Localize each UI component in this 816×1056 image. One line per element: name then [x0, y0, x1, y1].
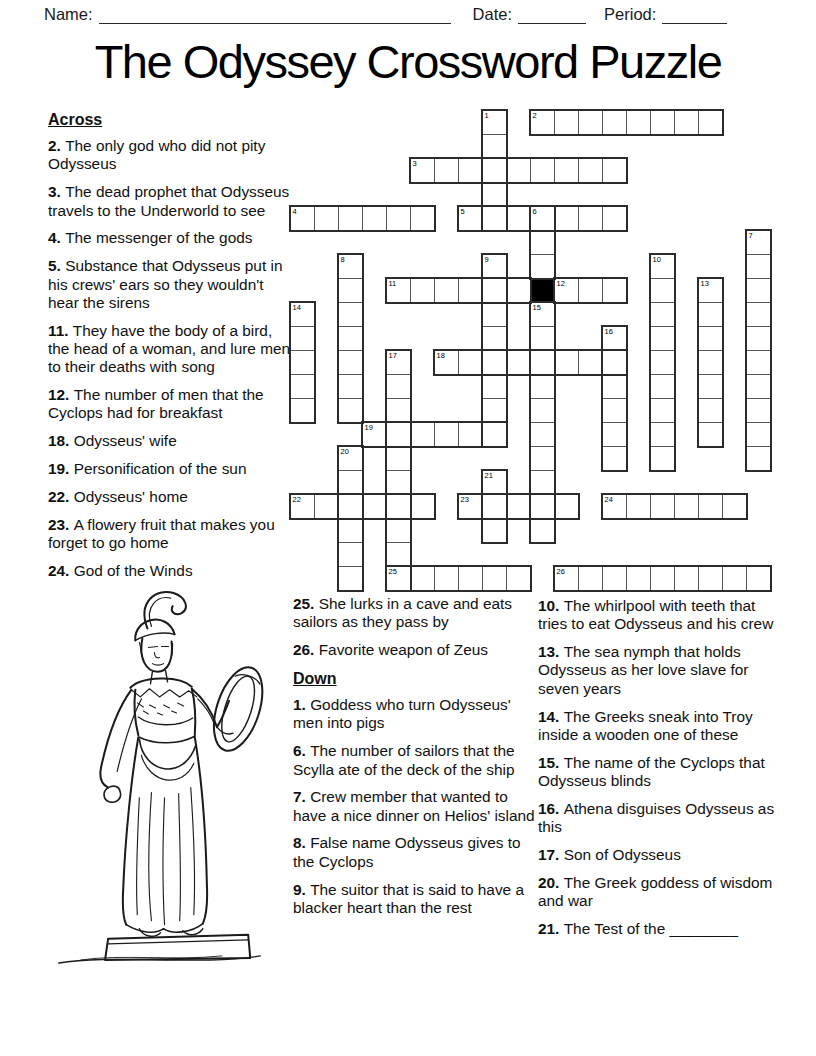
clue-text: The Test of the ________ [564, 920, 738, 937]
clue-across-4: 4. The messenger of the gods [48, 229, 291, 247]
cell-r6-c8[interactable] [482, 254, 507, 279]
cell-r3-c8[interactable] [482, 182, 507, 207]
cell-r17-c8[interactable] [482, 518, 507, 543]
cell-r1-c8[interactable] [482, 134, 507, 159]
cell-r13-c17[interactable] [698, 422, 723, 447]
cell-r2-c10[interactable] [530, 158, 555, 183]
clue-down-21: 21. The Test of the ________ [538, 920, 778, 938]
cell-r15-c2[interactable] [338, 470, 363, 495]
cell-r4-c12[interactable] [578, 206, 603, 231]
clue-down-14: 14. The Greeks sneak into Troy inside a … [538, 708, 778, 745]
clue-number: 26. [293, 641, 319, 658]
crossword-grid: 1234567891011121314151617181920212223242… [290, 110, 771, 591]
clue-number: 11. [48, 322, 73, 339]
cell-r4-c2[interactable] [338, 206, 363, 231]
cell-r7-c7[interactable] [458, 278, 483, 303]
cell-r2-c9[interactable] [506, 158, 531, 183]
pedestal [105, 935, 250, 960]
cell-r0-c11[interactable] [554, 110, 579, 135]
cell-r10-c8[interactable] [482, 350, 507, 375]
clue-text: She lurks in a cave and eats sailors as … [293, 595, 512, 630]
cell-r14-c19[interactable] [746, 446, 771, 471]
clue-across-18: 18. Odysseus' wife [48, 432, 291, 450]
cell-r13-c4[interactable] [386, 422, 411, 447]
cell-r11-c10[interactable] [530, 374, 555, 399]
clue-text: The suitor that is said to have a blacke… [293, 881, 524, 916]
cell-r19-c8[interactable] [482, 566, 507, 591]
clue-down-9: 9. The suitor that is said to have a bla… [293, 881, 538, 918]
cell-r7-c9[interactable] [506, 278, 531, 303]
clue-down-7: 7. Crew member that wanted to have a nic… [293, 788, 538, 825]
date-blank-line[interactable] [518, 8, 586, 24]
cell-r19-c4[interactable] [386, 566, 411, 591]
cell-r16-c18[interactable] [722, 494, 747, 519]
cell-r11-c8[interactable] [482, 374, 507, 399]
cell-r10-c6[interactable] [434, 350, 459, 375]
clue-across-11: 11. They have the body of a bird, the he… [48, 322, 291, 377]
clue-text: The name of the Cyclops that Odysseus bl… [538, 754, 765, 789]
clue-text: Personification of the sun [74, 460, 247, 477]
cell-r8-c19[interactable] [746, 302, 771, 327]
robe [123, 737, 138, 924]
header: Name: Date: Period: [44, 2, 774, 24]
cell-r9-c0[interactable] [290, 326, 315, 351]
ground-line [59, 956, 261, 963]
clue-down-17: 17. Son of Odysseus [538, 846, 778, 864]
shoulders [130, 679, 191, 688]
cell-r9-c19[interactable] [746, 326, 771, 351]
cell-r17-c10[interactable] [530, 518, 555, 543]
cell-r14-c4[interactable] [386, 446, 411, 471]
clue-text: God of the Winds [74, 562, 193, 579]
clue-down-1: 1. Goddess who turn Odysseus' men into p… [293, 696, 538, 733]
cell-r12-c0[interactable] [290, 398, 315, 423]
cell-r10-c2[interactable] [338, 350, 363, 375]
cell-r13-c15[interactable] [650, 422, 675, 447]
cell-r16-c14[interactable] [626, 494, 651, 519]
clue-text: The number of men that the Cyclops had f… [48, 386, 264, 421]
clue-across-3: 3. The dead prophet that Odysseus travel… [48, 183, 291, 220]
cell-r0-c17[interactable] [698, 110, 723, 135]
cell-r8-c15[interactable] [650, 302, 675, 327]
athena-statue-illustration [50, 586, 268, 964]
cell-r16-c1[interactable] [314, 494, 339, 519]
cell-r4-c13[interactable] [602, 206, 627, 231]
period-label: Period: [604, 5, 656, 24]
cell-r16-c5[interactable] [410, 494, 435, 519]
page-title: The Odyssey Crossword Puzzle [0, 34, 816, 89]
cell-r6-c19[interactable] [746, 254, 771, 279]
cell-r14-c2[interactable] [338, 446, 363, 471]
clue-number: 20. [538, 874, 564, 891]
cell-r10-c17[interactable] [698, 350, 723, 375]
cell-r11-c2[interactable] [338, 374, 363, 399]
clue-down-20: 20. The Greek goddess of wisdom and war [538, 874, 778, 911]
cell-r4-c0[interactable] [290, 206, 315, 231]
clue-text: The Greeks sneak into Troy inside a wood… [538, 708, 753, 743]
cell-r12-c17[interactable] [698, 398, 723, 423]
clue-text: A flowery fruit that makes you forget to… [48, 516, 275, 551]
cell-r0-c15[interactable] [650, 110, 675, 135]
clue-number: 1. [293, 696, 310, 713]
clue-text: The number of sailors that the Scylla at… [293, 742, 515, 777]
cell-r13-c8[interactable] [482, 422, 507, 447]
cell-r10-c13[interactable] [602, 350, 627, 375]
clue-number: 21. [538, 920, 564, 937]
cell-r4-c4[interactable] [386, 206, 411, 231]
cell-r2-c6[interactable] [434, 158, 459, 183]
cell-r16-c16[interactable] [674, 494, 699, 519]
clue-number: 9. [293, 881, 310, 898]
black-cell-r7-c10 [530, 278, 555, 303]
face [141, 638, 172, 671]
cell-r7-c6[interactable] [434, 278, 459, 303]
clue-number: 13. [538, 643, 564, 660]
clue-number: 24. [48, 562, 74, 579]
cell-r15-c10[interactable] [530, 470, 555, 495]
cell-r14-c15[interactable] [650, 446, 675, 471]
shield [205, 661, 268, 757]
right-hand [104, 786, 121, 802]
cell-r0-c16[interactable] [674, 110, 699, 135]
cell-r15-c4[interactable] [386, 470, 411, 495]
cell-r13-c13[interactable] [602, 422, 627, 447]
clue-across-2: 2. The only god who did not pity Odysseu… [48, 137, 291, 174]
cell-r19-c6[interactable] [434, 566, 459, 591]
name-label: Name: [44, 5, 93, 24]
cell-r11-c4[interactable] [386, 374, 411, 399]
cell-r13-c7[interactable] [458, 422, 483, 447]
name-blank-line[interactable] [99, 8, 451, 24]
cell-r4-c3[interactable] [362, 206, 387, 231]
cell-r19-c15[interactable] [650, 566, 675, 591]
cell-r13-c6[interactable] [434, 422, 459, 447]
cell-r6-c2[interactable] [338, 254, 363, 279]
date-label: Date: [473, 5, 512, 24]
cell-r8-c17[interactable] [698, 302, 723, 327]
cell-r12-c8[interactable] [482, 398, 507, 423]
clue-number: 2. [48, 137, 65, 154]
cell-r9-c8[interactable] [482, 326, 507, 351]
cell-r9-c2[interactable] [338, 326, 363, 351]
cell-r7-c4[interactable] [386, 278, 411, 303]
cell-r16-c7[interactable] [458, 494, 483, 519]
cell-r11-c19[interactable] [746, 374, 771, 399]
cell-r19-c17[interactable] [698, 566, 723, 591]
cell-r16-c13[interactable] [602, 494, 627, 519]
period-blank-line[interactable] [662, 8, 727, 24]
down-heading: Down [293, 669, 538, 688]
cell-r8-c10[interactable] [530, 302, 555, 327]
cell-r19-c12[interactable] [578, 566, 603, 591]
clue-text: Goddess who turn Odysseus' men into pigs [293, 696, 511, 731]
clue-across-24: 24. God of the Winds [48, 562, 291, 580]
cell-r18-c4[interactable] [386, 542, 411, 567]
cell-r12-c15[interactable] [650, 398, 675, 423]
clue-down-8: 8. False name Odysseus gives to the Cycl… [293, 834, 538, 871]
clue-across-22: 22. Odysseus' home [48, 488, 291, 506]
clue-number: 8. [293, 834, 310, 851]
clue-text: Odysseus' wife [74, 432, 177, 449]
cell-r4-c8[interactable] [482, 206, 507, 231]
cell-r19-c7[interactable] [458, 566, 483, 591]
clue-number: 22. [48, 488, 74, 505]
clue-number: 4. [48, 229, 65, 246]
cell-r6-c15[interactable] [650, 254, 675, 279]
cell-r4-c11[interactable] [554, 206, 579, 231]
cell-r13-c19[interactable] [746, 422, 771, 447]
clue-number: 6. [293, 742, 310, 759]
left-arm [192, 689, 229, 727]
cell-r5-c19[interactable] [746, 230, 771, 255]
cell-r9-c15[interactable] [650, 326, 675, 351]
cell-r0-c8[interactable] [482, 110, 507, 135]
cell-r10-c15[interactable] [650, 350, 675, 375]
cell-r16-c17[interactable] [698, 494, 723, 519]
clue-number: 10. [538, 597, 564, 614]
cell-r19-c11[interactable] [554, 566, 579, 591]
cell-r19-c13[interactable] [602, 566, 627, 591]
cell-r16-c15[interactable] [650, 494, 675, 519]
clue-number: 25. [293, 595, 319, 612]
cell-r7-c8[interactable] [482, 278, 507, 303]
cell-r7-c13[interactable] [602, 278, 627, 303]
cell-r10-c12[interactable] [578, 350, 603, 375]
cell-r13-c3[interactable] [362, 422, 387, 447]
cell-r16-c8[interactable] [482, 494, 507, 519]
clue-text: Athena disguises Odysseus as this [538, 800, 774, 835]
cell-r18-c2[interactable] [338, 542, 363, 567]
clue-number: 19. [48, 460, 74, 477]
clue-across-12: 12. The number of men that the Cyclops h… [48, 386, 291, 423]
cell-r2-c8[interactable] [482, 158, 507, 183]
cell-r16-c9[interactable] [506, 494, 531, 519]
clue-number: 14. [538, 708, 564, 725]
clue-down-16: 16. Athena disguises Odysseus as this [538, 800, 778, 837]
clue-number: 23. [48, 516, 74, 533]
clue-number: 5. [48, 257, 65, 274]
cell-r19-c2[interactable] [338, 566, 363, 591]
clue-text: The messenger of the gods [65, 229, 252, 246]
clue-down-6: 6. The number of sailors that the Scylla… [293, 742, 538, 779]
cell-r4-c10[interactable] [530, 206, 555, 231]
cell-r11-c0[interactable] [290, 374, 315, 399]
clue-across-23: 23. A flowery fruit that makes you forge… [48, 516, 291, 553]
cell-r2-c11[interactable] [554, 158, 579, 183]
cell-r2-c12[interactable] [578, 158, 603, 183]
cell-r10-c9[interactable] [506, 350, 531, 375]
cell-r16-c2[interactable] [338, 494, 363, 519]
clue-text: Substance that Odysseus put in his crews… [48, 257, 282, 311]
cell-r7-c19[interactable] [746, 278, 771, 303]
clue-text: The whirlpool with teeth that tries to e… [538, 597, 773, 632]
cell-r4-c7[interactable] [458, 206, 483, 231]
clue-down-15: 15. The name of the Cyclops that Odysseu… [538, 754, 778, 791]
clue-text: The dead prophet that Odysseus travels t… [48, 183, 289, 218]
clue-number: 3. [48, 183, 65, 200]
bottom-right-clues-column: 10. The whirlpool with teeth that tries … [538, 597, 778, 948]
worksheet-page: Name: Date: Period: The Odyssey Crosswor… [0, 0, 816, 1056]
cell-r14-c13[interactable] [602, 446, 627, 471]
cell-r10-c0[interactable] [290, 350, 315, 375]
cell-r11-c15[interactable] [650, 374, 675, 399]
cell-r0-c14[interactable] [626, 110, 651, 135]
cell-r14-c10[interactable] [530, 446, 555, 471]
cell-r10-c11[interactable] [554, 350, 579, 375]
cell-r2-c7[interactable] [458, 158, 483, 183]
clue-number: 7. [293, 788, 310, 805]
cell-r7-c15[interactable] [650, 278, 675, 303]
cell-r19-c18[interactable] [722, 566, 747, 591]
cell-r10-c7[interactable] [458, 350, 483, 375]
cell-r16-c11[interactable] [554, 494, 579, 519]
cell-r4-c9[interactable] [506, 206, 531, 231]
across-heading: Across [48, 110, 291, 129]
cell-r0-c12[interactable] [578, 110, 603, 135]
cell-r10-c10[interactable] [530, 350, 555, 375]
cell-r19-c9[interactable] [506, 566, 531, 591]
cell-r7-c2[interactable] [338, 278, 363, 303]
cell-r0-c13[interactable] [602, 110, 627, 135]
clue-across-5: 5. Substance that Odysseus put in his cr… [48, 257, 291, 312]
right-arm [100, 690, 131, 788]
clue-number: 16. [538, 800, 564, 817]
cell-r19-c19[interactable] [746, 566, 771, 591]
cell-r2-c5[interactable] [410, 158, 435, 183]
clue-text: They have the body of a bird, the head o… [48, 322, 290, 376]
cell-r10-c4[interactable] [386, 350, 411, 375]
cell-r8-c2[interactable] [338, 302, 363, 327]
clue-text: Odysseus' home [74, 488, 188, 505]
cell-r13-c10[interactable] [530, 422, 555, 447]
cell-r12-c13[interactable] [602, 398, 627, 423]
cell-r4-c1[interactable] [314, 206, 339, 231]
clue-across-25: 25. She lurks in a cave and eats sailors… [293, 595, 538, 632]
clue-text: The sea nymph that holds Odysseus as her… [538, 643, 748, 697]
cell-r16-c3[interactable] [362, 494, 387, 519]
clue-number: 15. [538, 754, 564, 771]
clue-number: 18. [48, 432, 74, 449]
cell-r7-c11[interactable] [554, 278, 579, 303]
cell-r7-c5[interactable] [410, 278, 435, 303]
cell-r12-c10[interactable] [530, 398, 555, 423]
cell-r2-c13[interactable] [602, 158, 627, 183]
cell-r15-c8[interactable] [482, 470, 507, 495]
cell-r8-c0[interactable] [290, 302, 315, 327]
clue-number: 12. [48, 386, 74, 403]
cell-r12-c2[interactable] [338, 398, 363, 423]
cell-r10-c19[interactable] [746, 350, 771, 375]
cell-r16-c4[interactable] [386, 494, 411, 519]
cell-r5-c10[interactable] [530, 230, 555, 255]
cell-r9-c17[interactable] [698, 326, 723, 351]
cell-r7-c17[interactable] [698, 278, 723, 303]
cell-r9-c10[interactable] [530, 326, 555, 351]
cell-r11-c17[interactable] [698, 374, 723, 399]
clue-across-19: 19. Personification of the sun [48, 460, 291, 478]
cell-r17-c2[interactable] [338, 518, 363, 543]
cell-r7-c12[interactable] [578, 278, 603, 303]
cell-r16-c10[interactable] [530, 494, 555, 519]
cell-r11-c13[interactable] [602, 374, 627, 399]
clue-number: 17. [538, 846, 564, 863]
clue-text: False name Odysseus gives to the Cyclops [293, 834, 521, 869]
clue-text: Crew member that wanted to have a nice d… [293, 788, 535, 823]
clue-down-13: 13. The sea nymph that holds Odysseus as… [538, 643, 778, 698]
cell-r19-c16[interactable] [674, 566, 699, 591]
cell-r4-c5[interactable] [410, 206, 435, 231]
clue-text: The only god who did not pity Odysseus [48, 137, 265, 172]
bottom-middle-clues-column: 25. She lurks in a cave and eats sailors… [293, 595, 538, 927]
clue-down-10: 10. The whirlpool with teeth that tries … [538, 597, 778, 634]
across-clues-column: Across2. The only god who did not pity O… [48, 110, 291, 590]
clue-text: Son of Odysseus [564, 846, 681, 863]
cell-r0-c10[interactable] [530, 110, 555, 135]
clue-across-26: 26. Favorite weapon of Zeus [293, 641, 538, 659]
cell-r8-c8[interactable] [482, 302, 507, 327]
cell-r17-c4[interactable] [386, 518, 411, 543]
cell-r13-c5[interactable] [410, 422, 435, 447]
clue-text: The Greek goddess of wisdom and war [538, 874, 772, 909]
cell-r6-c10[interactable] [530, 254, 555, 279]
cell-r12-c4[interactable] [386, 398, 411, 423]
cell-r9-c13[interactable] [602, 326, 627, 351]
cell-r12-c19[interactable] [746, 398, 771, 423]
clue-text: Favorite weapon of Zeus [319, 641, 488, 658]
cell-r16-c0[interactable] [290, 494, 315, 519]
cell-r19-c5[interactable] [410, 566, 435, 591]
cell-r19-c14[interactable] [626, 566, 651, 591]
